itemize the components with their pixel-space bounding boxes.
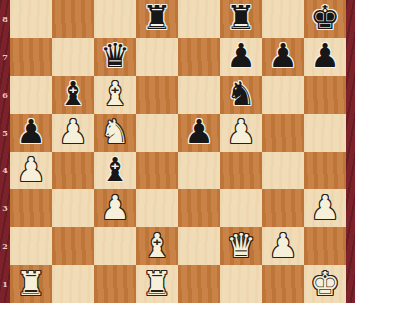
square-a1[interactable]: ♜ <box>10 265 52 303</box>
piece-white-bishop[interactable]: ♝ <box>100 77 130 110</box>
square-h6[interactable] <box>304 76 346 114</box>
square-a6[interactable] <box>10 76 52 114</box>
piece-white-pawn[interactable]: ♟ <box>310 191 340 224</box>
square-g3[interactable] <box>262 189 304 227</box>
square-b7[interactable] <box>52 38 94 76</box>
piece-black-king[interactable]: ♚ <box>310 1 340 34</box>
rank-label-4: 4 <box>0 152 10 190</box>
square-e1[interactable] <box>178 265 220 303</box>
square-c6[interactable]: ♝ <box>94 76 136 114</box>
piece-white-bishop[interactable]: ♝ <box>142 229 172 262</box>
square-d3[interactable] <box>136 189 178 227</box>
rank-label-8: 8 <box>0 0 10 38</box>
square-d5[interactable] <box>136 114 178 152</box>
square-e7[interactable] <box>178 38 220 76</box>
piece-white-pawn[interactable]: ♟ <box>58 115 88 148</box>
piece-black-bishop[interactable]: ♝ <box>100 153 130 186</box>
square-f2[interactable]: ♛ <box>220 227 262 265</box>
square-a7[interactable] <box>10 38 52 76</box>
rank-label-5: 5 <box>0 114 10 152</box>
square-h1[interactable]: ♚ <box>304 265 346 303</box>
square-g1[interactable] <box>262 265 304 303</box>
page-background: 87654321 ♜♜♚♛♟♟♟♝♝♞♟♟♞♟♟♟♝♟♟♝♛♟♜♜♚ <box>0 0 414 311</box>
rank-label-3: 3 <box>0 189 10 227</box>
square-b1[interactable] <box>52 265 94 303</box>
board-right-border <box>346 0 355 303</box>
piece-white-rook[interactable]: ♜ <box>16 267 46 300</box>
square-e6[interactable] <box>178 76 220 114</box>
square-f4[interactable] <box>220 152 262 190</box>
piece-black-bishop[interactable]: ♝ <box>58 77 88 110</box>
square-b3[interactable] <box>52 189 94 227</box>
piece-white-rook[interactable]: ♜ <box>142 267 172 300</box>
piece-white-pawn[interactable]: ♟ <box>226 115 256 148</box>
square-d1[interactable]: ♜ <box>136 265 178 303</box>
square-f7[interactable]: ♟ <box>220 38 262 76</box>
square-h7[interactable]: ♟ <box>304 38 346 76</box>
piece-white-pawn[interactable]: ♟ <box>268 229 298 262</box>
square-f6[interactable]: ♞ <box>220 76 262 114</box>
square-a2[interactable] <box>10 227 52 265</box>
square-a3[interactable] <box>10 189 52 227</box>
square-f5[interactable]: ♟ <box>220 114 262 152</box>
square-h5[interactable] <box>304 114 346 152</box>
square-g6[interactable] <box>262 76 304 114</box>
piece-white-queen[interactable]: ♛ <box>226 229 256 262</box>
piece-black-pawn[interactable]: ♟ <box>268 39 298 72</box>
piece-white-pawn[interactable]: ♟ <box>100 191 130 224</box>
square-a8[interactable] <box>10 0 52 38</box>
square-b5[interactable]: ♟ <box>52 114 94 152</box>
square-c4[interactable]: ♝ <box>94 152 136 190</box>
square-b2[interactable] <box>52 227 94 265</box>
square-a5[interactable]: ♟ <box>10 114 52 152</box>
square-d7[interactable] <box>136 38 178 76</box>
chess-board[interactable]: ♜♜♚♛♟♟♟♝♝♞♟♟♞♟♟♟♝♟♟♝♛♟♜♜♚ <box>10 0 346 303</box>
square-g5[interactable] <box>262 114 304 152</box>
square-e2[interactable] <box>178 227 220 265</box>
square-g7[interactable]: ♟ <box>262 38 304 76</box>
square-g4[interactable] <box>262 152 304 190</box>
piece-black-rook[interactable]: ♜ <box>226 1 256 34</box>
piece-black-queen[interactable]: ♛ <box>100 39 130 72</box>
square-f1[interactable] <box>220 265 262 303</box>
square-b8[interactable] <box>52 0 94 38</box>
piece-black-pawn[interactable]: ♟ <box>226 39 256 72</box>
square-d8[interactable]: ♜ <box>136 0 178 38</box>
rank-label-1: 1 <box>0 265 10 303</box>
rank-label-6: 6 <box>0 76 10 114</box>
square-c1[interactable] <box>94 265 136 303</box>
square-h4[interactable] <box>304 152 346 190</box>
square-c5[interactable]: ♞ <box>94 114 136 152</box>
rank-label-7: 7 <box>0 38 10 76</box>
square-c2[interactable] <box>94 227 136 265</box>
square-g2[interactable]: ♟ <box>262 227 304 265</box>
piece-white-knight[interactable]: ♞ <box>100 115 130 148</box>
piece-white-pawn[interactable]: ♟ <box>16 153 46 186</box>
square-e5[interactable]: ♟ <box>178 114 220 152</box>
piece-black-rook[interactable]: ♜ <box>142 1 172 34</box>
piece-black-pawn[interactable]: ♟ <box>184 115 214 148</box>
piece-black-pawn[interactable]: ♟ <box>16 115 46 148</box>
square-e4[interactable] <box>178 152 220 190</box>
square-h8[interactable]: ♚ <box>304 0 346 38</box>
square-b4[interactable] <box>52 152 94 190</box>
square-e3[interactable] <box>178 189 220 227</box>
square-g8[interactable] <box>262 0 304 38</box>
square-h3[interactable]: ♟ <box>304 189 346 227</box>
piece-black-pawn[interactable]: ♟ <box>310 39 340 72</box>
square-e8[interactable] <box>178 0 220 38</box>
square-d6[interactable] <box>136 76 178 114</box>
square-b6[interactable]: ♝ <box>52 76 94 114</box>
square-c8[interactable] <box>94 0 136 38</box>
square-f8[interactable]: ♜ <box>220 0 262 38</box>
square-a4[interactable]: ♟ <box>10 152 52 190</box>
rank-label-2: 2 <box>0 227 10 265</box>
rank-labels-strip: 87654321 <box>0 0 10 303</box>
piece-black-knight[interactable]: ♞ <box>226 77 256 110</box>
piece-white-king[interactable]: ♚ <box>310 267 340 300</box>
square-c7[interactable]: ♛ <box>94 38 136 76</box>
square-d4[interactable] <box>136 152 178 190</box>
chess-board-frame: 87654321 ♜♜♚♛♟♟♟♝♝♞♟♟♞♟♟♟♝♟♟♝♛♟♜♜♚ <box>0 0 355 303</box>
square-f3[interactable] <box>220 189 262 227</box>
square-c3[interactable]: ♟ <box>94 189 136 227</box>
square-h2[interactable] <box>304 227 346 265</box>
square-d2[interactable]: ♝ <box>136 227 178 265</box>
